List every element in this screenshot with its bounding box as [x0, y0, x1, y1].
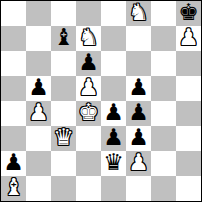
- square-h6[interactable]: [176, 51, 201, 76]
- square-b4[interactable]: ♟: [26, 101, 51, 126]
- square-b5[interactable]: ♟: [26, 76, 51, 101]
- square-b8[interactable]: [26, 1, 51, 26]
- square-b1[interactable]: [26, 176, 51, 201]
- square-e8[interactable]: [101, 1, 126, 26]
- square-a5[interactable]: [1, 76, 26, 101]
- square-g2[interactable]: [151, 151, 176, 176]
- square-a7[interactable]: [1, 26, 26, 51]
- square-b6[interactable]: [26, 51, 51, 76]
- black-pawn-icon: ♟: [128, 76, 149, 100]
- white-pawn-icon: ♟: [178, 26, 199, 50]
- square-c7[interactable]: ♝: [51, 26, 76, 51]
- square-h4[interactable]: [176, 101, 201, 126]
- square-d7[interactable]: ♞: [76, 26, 101, 51]
- square-c6[interactable]: [51, 51, 76, 76]
- square-f6[interactable]: [126, 51, 151, 76]
- square-d2[interactable]: [76, 151, 101, 176]
- white-knight-icon: ♞: [128, 1, 149, 25]
- square-a3[interactable]: [1, 126, 26, 151]
- square-h2[interactable]: [176, 151, 201, 176]
- square-e2[interactable]: ♛: [101, 151, 126, 176]
- white-queen-icon: ♛: [53, 126, 74, 150]
- white-bishop-icon: ♝: [3, 176, 24, 200]
- square-h5[interactable]: [176, 76, 201, 101]
- square-f1[interactable]: [126, 176, 151, 201]
- black-king-icon: ♚: [178, 1, 199, 25]
- square-a6[interactable]: [1, 51, 26, 76]
- square-c8[interactable]: [51, 1, 76, 26]
- square-f4[interactable]: ♟: [126, 101, 151, 126]
- square-g7[interactable]: [151, 26, 176, 51]
- black-queen-icon: ♛: [103, 151, 124, 175]
- square-c5[interactable]: [51, 76, 76, 101]
- black-pawn-icon: ♟: [128, 126, 149, 150]
- square-g5[interactable]: [151, 76, 176, 101]
- square-a2[interactable]: ♟: [1, 151, 26, 176]
- square-g3[interactable]: [151, 126, 176, 151]
- square-a8[interactable]: [1, 1, 26, 26]
- white-king-icon: ♚: [78, 101, 99, 125]
- square-h8[interactable]: ♚: [176, 1, 201, 26]
- square-g8[interactable]: [151, 1, 176, 26]
- square-e5[interactable]: [101, 76, 126, 101]
- black-pawn-icon: ♟: [28, 76, 49, 100]
- square-a1[interactable]: ♝: [1, 176, 26, 201]
- square-c1[interactable]: [51, 176, 76, 201]
- square-f8[interactable]: ♞: [126, 1, 151, 26]
- square-f3[interactable]: ♟: [126, 126, 151, 151]
- white-pawn-icon: ♟: [128, 151, 149, 175]
- square-d5[interactable]: ♟: [76, 76, 101, 101]
- square-e6[interactable]: [101, 51, 126, 76]
- square-g6[interactable]: [151, 51, 176, 76]
- square-h7[interactable]: ♟: [176, 26, 201, 51]
- black-pawn-icon: ♟: [78, 51, 99, 75]
- white-pawn-icon: ♟: [78, 76, 99, 100]
- square-b2[interactable]: [26, 151, 51, 176]
- black-bishop-icon: ♝: [53, 26, 74, 50]
- square-f7[interactable]: [126, 26, 151, 51]
- square-d6[interactable]: ♟: [76, 51, 101, 76]
- square-f5[interactable]: ♟: [126, 76, 151, 101]
- square-e4[interactable]: ♟: [101, 101, 126, 126]
- square-e3[interactable]: ♟: [101, 126, 126, 151]
- white-knight-icon: ♞: [78, 26, 99, 50]
- square-h3[interactable]: [176, 126, 201, 151]
- square-c4[interactable]: [51, 101, 76, 126]
- square-g1[interactable]: [151, 176, 176, 201]
- black-pawn-icon: ♟: [3, 151, 24, 175]
- square-b3[interactable]: [26, 126, 51, 151]
- square-d1[interactable]: [76, 176, 101, 201]
- white-pawn-icon: ♟: [28, 101, 49, 125]
- square-a4[interactable]: [1, 101, 26, 126]
- chess-board: ♞♚♝♞♟♟♟♟♟♟♚♟♟♛♟♟♟♛♟♝: [0, 0, 202, 202]
- square-c2[interactable]: [51, 151, 76, 176]
- square-b7[interactable]: [26, 26, 51, 51]
- square-c3[interactable]: ♛: [51, 126, 76, 151]
- square-d3[interactable]: [76, 126, 101, 151]
- square-f2[interactable]: ♟: [126, 151, 151, 176]
- square-d4[interactable]: ♚: [76, 101, 101, 126]
- square-e1[interactable]: [101, 176, 126, 201]
- square-e7[interactable]: [101, 26, 126, 51]
- black-pawn-icon: ♟: [128, 101, 149, 125]
- black-pawn-icon: ♟: [103, 126, 124, 150]
- square-d8[interactable]: [76, 1, 101, 26]
- black-pawn-icon: ♟: [103, 101, 124, 125]
- square-g4[interactable]: [151, 101, 176, 126]
- square-h1[interactable]: [176, 176, 201, 201]
